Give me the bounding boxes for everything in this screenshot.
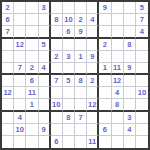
given-digit: 2 xyxy=(90,76,94,85)
cell-r6c4[interactable]: 4 xyxy=(39,63,51,75)
cell-r4c12[interactable] xyxy=(136,39,148,51)
cell-r4c4[interactable]: 5 xyxy=(39,39,51,51)
cell-r11c3[interactable] xyxy=(26,124,38,136)
cell-r12c10[interactable] xyxy=(112,136,124,148)
given-digit: 2 xyxy=(5,3,9,12)
given-digit: 6 xyxy=(54,137,58,146)
cell-r2c7[interactable]: 2 xyxy=(75,14,87,26)
cell-r1c12[interactable]: 5 xyxy=(136,2,148,14)
cell-r8c9[interactable] xyxy=(99,87,111,99)
cell-r4c7[interactable] xyxy=(75,39,87,51)
cell-r8c1[interactable]: 12 xyxy=(2,87,14,99)
cell-r4c11[interactable]: 8 xyxy=(124,39,136,51)
cell-r11c4[interactable]: 9 xyxy=(39,124,51,136)
cell-r11c7[interactable] xyxy=(75,124,87,136)
cell-r2c9[interactable] xyxy=(99,14,111,26)
cell-r4c2[interactable]: 12 xyxy=(14,39,26,51)
cell-r10c9[interactable] xyxy=(99,112,111,124)
cell-r12c3[interactable] xyxy=(26,136,38,148)
given-digit: 8 xyxy=(66,113,70,122)
cell-r7c5[interactable]: 7 xyxy=(51,75,63,87)
cell-r6c6[interactable] xyxy=(63,63,75,75)
given-digit: 6 xyxy=(30,76,34,85)
cell-r7c11[interactable] xyxy=(124,75,136,87)
cell-r6c8[interactable] xyxy=(87,63,99,75)
cell-r7c8[interactable]: 2 xyxy=(87,75,99,87)
sudoku-board: 2395681024776941252823197241119675821212… xyxy=(0,0,150,150)
cell-r11c5[interactable] xyxy=(51,124,63,136)
cell-r12c6[interactable] xyxy=(63,136,75,148)
cell-r6c9[interactable]: 1 xyxy=(99,63,111,75)
given-digit: 10 xyxy=(52,100,60,109)
cell-r2c6[interactable]: 10 xyxy=(63,14,75,26)
cell-r9c11[interactable] xyxy=(124,99,136,111)
cell-r5c2[interactable] xyxy=(14,51,26,63)
cell-r10c8[interactable] xyxy=(87,112,99,124)
given-digit: 8 xyxy=(54,15,58,24)
given-digit: 9 xyxy=(78,27,82,36)
cell-r9c2[interactable] xyxy=(14,99,26,111)
given-digit: 2 xyxy=(30,63,34,72)
given-digit: 7 xyxy=(140,15,144,24)
cell-r2c8[interactable]: 4 xyxy=(87,14,99,26)
cell-r5c6[interactable]: 3 xyxy=(63,51,75,63)
cell-r8c2[interactable] xyxy=(14,87,26,99)
cell-r10c4[interactable] xyxy=(39,112,51,124)
cell-r3c3[interactable] xyxy=(26,26,38,38)
cell-r12c1[interactable] xyxy=(2,136,14,148)
given-digit: 5 xyxy=(66,76,70,85)
given-digit: 3 xyxy=(41,3,45,12)
cell-r1c11[interactable] xyxy=(124,2,136,14)
cell-r8c10[interactable]: 4 xyxy=(112,87,124,99)
cell-r6c12[interactable] xyxy=(136,63,148,75)
cell-r9c8[interactable]: 12 xyxy=(87,99,99,111)
cell-r1c3[interactable] xyxy=(26,2,38,14)
cell-r11c2[interactable]: 10 xyxy=(14,124,26,136)
given-digit: 2 xyxy=(103,40,107,49)
cell-r5c11[interactable] xyxy=(124,51,136,63)
cell-r9c5[interactable]: 10 xyxy=(51,99,63,111)
cell-r4c5[interactable] xyxy=(51,39,63,51)
cell-r8c8[interactable] xyxy=(87,87,99,99)
cell-r7c10[interactable]: 12 xyxy=(112,75,124,87)
cell-r8c3[interactable]: 11 xyxy=(26,87,38,99)
cell-r9c12[interactable] xyxy=(136,99,148,111)
cell-r3c8[interactable] xyxy=(87,26,99,38)
given-digit: 5 xyxy=(41,40,45,49)
cell-r5c8[interactable]: 9 xyxy=(87,51,99,63)
cell-r4c8[interactable] xyxy=(87,39,99,51)
given-digit: 4 xyxy=(127,125,131,134)
cell-r10c5[interactable] xyxy=(51,112,63,124)
cell-r10c1[interactable] xyxy=(2,112,14,124)
cell-r5c12[interactable] xyxy=(136,51,148,63)
given-digit: 9 xyxy=(41,125,45,134)
cell-r3c11[interactable] xyxy=(124,26,136,38)
cell-r7c12[interactable] xyxy=(136,75,148,87)
given-digit: 5 xyxy=(140,3,144,12)
cell-r5c5[interactable]: 2 xyxy=(51,51,63,63)
cell-r3c2[interactable] xyxy=(14,26,26,38)
given-digit: 1 xyxy=(78,52,82,61)
given-digit: 9 xyxy=(127,63,131,72)
given-digit: 7 xyxy=(18,63,22,72)
cell-r10c6[interactable]: 8 xyxy=(63,112,75,124)
cell-r2c11[interactable] xyxy=(124,14,136,26)
cell-r4c1[interactable] xyxy=(2,39,14,51)
cell-r7c2[interactable] xyxy=(14,75,26,87)
cell-r10c2[interactable]: 4 xyxy=(14,112,26,124)
cell-r5c7[interactable]: 1 xyxy=(75,51,87,63)
cell-r7c7[interactable]: 8 xyxy=(75,75,87,87)
cell-r2c2[interactable] xyxy=(14,14,26,26)
given-digit: 4 xyxy=(140,27,144,36)
given-digit: 8 xyxy=(127,40,131,49)
given-digit: 2 xyxy=(78,15,82,24)
given-digit: 6 xyxy=(66,27,70,36)
given-digit: 9 xyxy=(90,52,94,61)
cell-r8c4[interactable] xyxy=(39,87,51,99)
given-digit: 8 xyxy=(115,100,119,109)
cell-r6c2[interactable]: 7 xyxy=(14,63,26,75)
cell-r11c10[interactable] xyxy=(112,124,124,136)
cell-r9c4[interactable] xyxy=(39,99,51,111)
cell-r8c12[interactable]: 10 xyxy=(136,87,148,99)
cell-r10c11[interactable]: 3 xyxy=(124,112,136,124)
cell-r9c6[interactable] xyxy=(63,99,75,111)
cell-r1c4[interactable]: 3 xyxy=(39,2,51,14)
cell-r3c9[interactable] xyxy=(99,26,111,38)
given-digit: 7 xyxy=(5,27,9,36)
cell-r6c10[interactable]: 11 xyxy=(112,63,124,75)
given-digit: 10 xyxy=(138,88,146,97)
cell-r2c4[interactable] xyxy=(39,14,51,26)
cell-r4c9[interactable]: 2 xyxy=(99,39,111,51)
given-digit: 10 xyxy=(16,125,24,134)
cell-r7c3[interactable]: 6 xyxy=(26,75,38,87)
given-digit: 1 xyxy=(103,63,107,72)
cell-r8c7[interactable] xyxy=(75,87,87,99)
given-digit: 12 xyxy=(113,76,121,85)
given-digit: 3 xyxy=(127,113,131,122)
cell-r2c10[interactable] xyxy=(112,14,124,26)
cell-r11c6[interactable] xyxy=(63,124,75,136)
cell-r7c1[interactable] xyxy=(2,75,14,87)
cell-r3c5[interactable] xyxy=(51,26,63,38)
cell-r4c3[interactable] xyxy=(26,39,38,51)
cell-r8c5[interactable] xyxy=(51,87,63,99)
given-digit: 6 xyxy=(5,15,9,24)
given-digit: 10 xyxy=(64,15,72,24)
given-digit: 12 xyxy=(88,100,96,109)
cell-r2c5[interactable]: 8 xyxy=(51,14,63,26)
cell-r9c1[interactable] xyxy=(2,99,14,111)
cell-r1c1[interactable]: 2 xyxy=(2,2,14,14)
cell-r5c9[interactable] xyxy=(99,51,111,63)
cell-r1c6[interactable] xyxy=(63,2,75,14)
cell-r5c1[interactable] xyxy=(2,51,14,63)
cell-r9c10[interactable]: 8 xyxy=(112,99,124,111)
cell-r1c9[interactable]: 9 xyxy=(99,2,111,14)
cell-r8c11[interactable] xyxy=(124,87,136,99)
cell-r7c9[interactable] xyxy=(99,75,111,87)
cell-r3c6[interactable]: 6 xyxy=(63,26,75,38)
cell-r12c2[interactable] xyxy=(14,136,26,148)
cell-r10c7[interactable]: 7 xyxy=(75,112,87,124)
cell-r6c3[interactable]: 2 xyxy=(26,63,38,75)
cell-r11c8[interactable] xyxy=(87,124,99,136)
given-digit: 7 xyxy=(54,76,58,85)
cell-r12c11[interactable] xyxy=(124,136,136,148)
cell-r6c11[interactable]: 9 xyxy=(124,63,136,75)
cell-r11c1[interactable] xyxy=(2,124,14,136)
cell-r9c3[interactable]: 1 xyxy=(26,99,38,111)
given-digit: 4 xyxy=(115,88,119,97)
cell-r6c5[interactable] xyxy=(51,63,63,75)
cell-r5c4[interactable] xyxy=(39,51,51,63)
cell-r9c9[interactable] xyxy=(99,99,111,111)
cell-r12c4[interactable] xyxy=(39,136,51,148)
given-digit: 1 xyxy=(30,100,34,109)
cell-r10c3[interactable] xyxy=(26,112,38,124)
cell-r8c6[interactable] xyxy=(63,87,75,99)
given-digit: 3 xyxy=(66,52,70,61)
given-digit: 4 xyxy=(41,63,45,72)
cell-r12c8[interactable]: 11 xyxy=(87,136,99,148)
given-digit: 2 xyxy=(54,52,58,61)
cell-r4c10[interactable] xyxy=(112,39,124,51)
cell-r1c10[interactable] xyxy=(112,2,124,14)
given-digit: 12 xyxy=(3,88,11,97)
cell-r6c7[interactable] xyxy=(75,63,87,75)
cell-r3c10[interactable] xyxy=(112,26,124,38)
given-digit: 9 xyxy=(103,3,107,12)
cell-r12c12[interactable] xyxy=(136,136,148,148)
cell-r1c7[interactable] xyxy=(75,2,87,14)
cell-r5c10[interactable] xyxy=(112,51,124,63)
cell-r9c7[interactable] xyxy=(75,99,87,111)
cell-r11c12[interactable] xyxy=(136,124,148,136)
cell-r10c10[interactable] xyxy=(112,112,124,124)
cell-r2c3[interactable] xyxy=(26,14,38,26)
given-digit: 8 xyxy=(78,76,82,85)
cell-r12c9[interactable] xyxy=(99,136,111,148)
cell-r1c8[interactable] xyxy=(87,2,99,14)
cell-r2c12[interactable]: 7 xyxy=(136,14,148,26)
cell-r3c1[interactable]: 7 xyxy=(2,26,14,38)
cell-r11c9[interactable]: 6 xyxy=(99,124,111,136)
cell-r12c7[interactable] xyxy=(75,136,87,148)
given-digit: 11 xyxy=(113,63,121,72)
cell-r3c7[interactable]: 9 xyxy=(75,26,87,38)
given-digit: 11 xyxy=(88,137,96,146)
cell-r3c12[interactable]: 4 xyxy=(136,26,148,38)
cell-r3c4[interactable] xyxy=(39,26,51,38)
cell-r6c1[interactable] xyxy=(2,63,14,75)
cell-r5c3[interactable] xyxy=(26,51,38,63)
cell-r7c4[interactable] xyxy=(39,75,51,87)
given-digit: 4 xyxy=(18,113,22,122)
cell-r12c5[interactable]: 6 xyxy=(51,136,63,148)
given-digit: 11 xyxy=(28,88,36,97)
cell-r10c12[interactable] xyxy=(136,112,148,124)
cell-r7c6[interactable]: 5 xyxy=(63,75,75,87)
cell-r11c11[interactable]: 4 xyxy=(124,124,136,136)
given-digit: 4 xyxy=(90,15,94,24)
cell-r1c2[interactable] xyxy=(14,2,26,14)
cell-r4c6[interactable] xyxy=(63,39,75,51)
cell-r2c1[interactable]: 6 xyxy=(2,14,14,26)
given-digit: 12 xyxy=(16,40,24,49)
given-digit: 7 xyxy=(78,113,82,122)
given-digit: 6 xyxy=(103,125,107,134)
cell-r1c5[interactable] xyxy=(51,2,63,14)
